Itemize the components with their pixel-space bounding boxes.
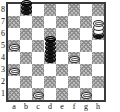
rank-labels: 87654321 — [0, 4, 6, 100]
rank-label-7: 7 — [0, 16, 6, 28]
checker-disc-black — [45, 36, 56, 43]
pieces-layer — [8, 4, 104, 100]
rank-label-4: 4 — [0, 52, 6, 64]
piece-stack-g1 — [80, 88, 92, 100]
checker-top-face — [95, 22, 103, 26]
file-label-e: e — [56, 102, 68, 112]
checker-top-face — [71, 58, 79, 62]
piece-stack-b8 — [20, 4, 32, 16]
piece-stack-a5 — [8, 40, 20, 52]
file-label-b: b — [20, 102, 32, 112]
checker-top-face — [83, 94, 91, 98]
file-label-g: g — [80, 102, 92, 112]
file-label-d: d — [44, 102, 56, 112]
checker-top-face — [35, 94, 43, 98]
piece-stack-a3 — [8, 64, 20, 76]
checker-disc-white — [81, 92, 92, 99]
rank-label-8: 8 — [0, 4, 6, 16]
checker-top-face — [11, 70, 19, 74]
rank-label-6: 6 — [0, 28, 6, 40]
checker-top-face — [47, 38, 55, 42]
checker-disc-white — [33, 92, 44, 99]
checker-disc-white — [93, 20, 104, 27]
checker-disc-white — [69, 56, 80, 63]
checker-disc-white — [9, 44, 20, 51]
file-label-a: a — [8, 102, 20, 112]
piece-stack-h6 — [92, 28, 104, 40]
piece-stack-f4 — [68, 52, 80, 64]
checker-top-face — [11, 46, 19, 50]
checker-disc-black — [21, 0, 32, 7]
piece-stack-c1 — [32, 88, 44, 100]
file-label-f: f — [68, 102, 80, 112]
checkers-diagram: { "game": "bashni (column checkers / tow… — [0, 0, 120, 112]
rank-label-1: 1 — [0, 88, 6, 100]
file-labels: abcdefgh — [8, 102, 104, 112]
file-label-h: h — [92, 102, 104, 112]
rank-label-2: 2 — [0, 76, 6, 88]
checker-disc-white — [9, 68, 20, 75]
piece-stack-d4 — [44, 52, 56, 64]
checker-top-face — [23, 2, 31, 6]
file-label-c: c — [32, 102, 44, 112]
rank-label-5: 5 — [0, 40, 6, 52]
rank-label-3: 3 — [0, 64, 6, 76]
